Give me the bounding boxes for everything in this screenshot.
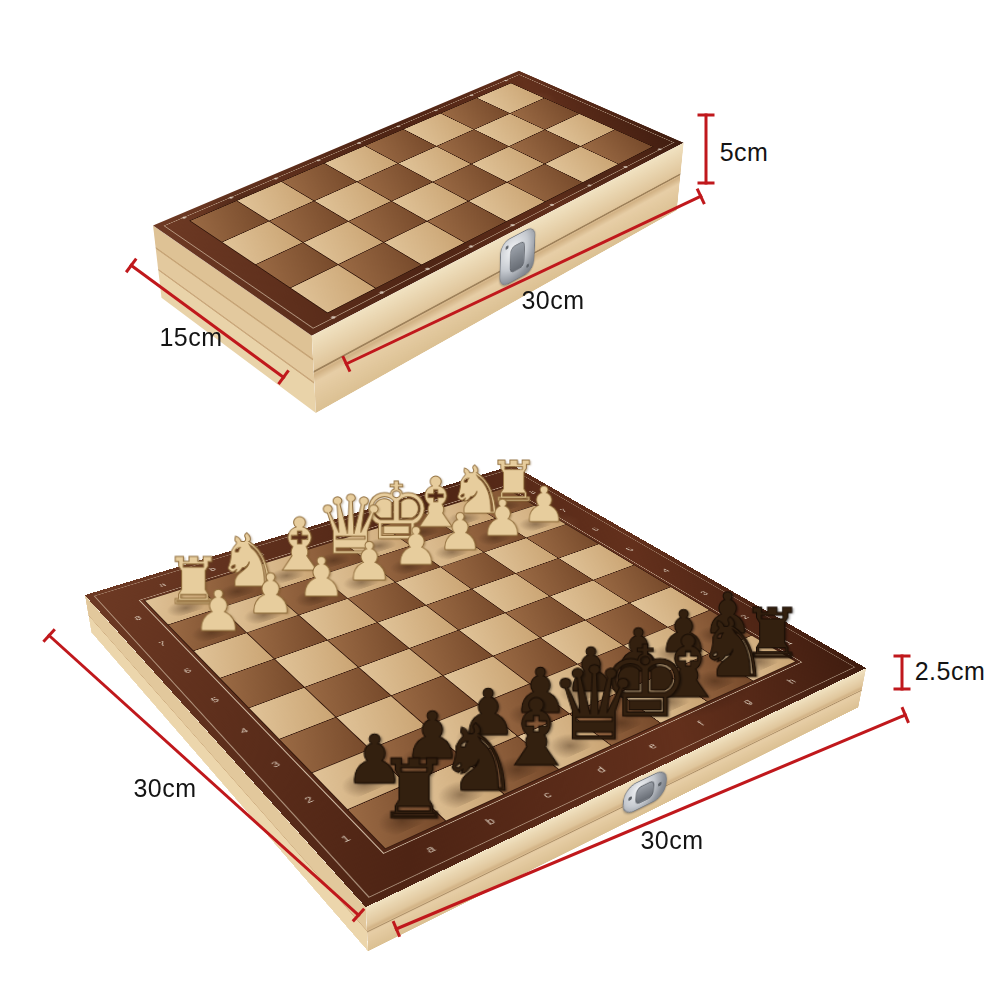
box-width-label: 30cm (521, 286, 584, 315)
rank-label: 5 (624, 546, 635, 552)
white-pawn: ♟ (342, 535, 396, 588)
box-square (237, 182, 313, 221)
chessboard: ♜♞♝♛♚♝♞♜♟♟♟♟♟♟♟♟♟♟♟♟♟♟♟♟♜♞♝♛♚♝♞♜ 8877665… (85, 465, 867, 907)
file-label: e (645, 741, 660, 750)
rank-label: 5 (209, 696, 221, 704)
nail-dot (228, 196, 234, 199)
nail-dot (469, 94, 474, 96)
nail-dot (468, 245, 474, 248)
chessboard-surface: ♜♞♝♛♚♝♞♜♟♟♟♟♟♟♟♟♟♟♟♟♟♟♟♟♜♞♝♛♚♝♞♜ 8877665… (85, 465, 867, 907)
file-label: a (423, 843, 438, 854)
board-left-side-label: 30cm (133, 774, 196, 803)
rank-label: 8 (133, 615, 143, 622)
box-square (270, 201, 348, 242)
file-label: b (483, 816, 498, 827)
box-depth-label: 15cm (159, 323, 222, 352)
nail-dot (623, 166, 629, 169)
nail-dot (330, 315, 337, 319)
closed-box (153, 71, 684, 336)
rank-label: 6 (182, 667, 193, 675)
box-square (256, 243, 338, 288)
black-rook: ♜ (377, 749, 449, 831)
nail-dot (657, 148, 662, 151)
nail-dot (433, 109, 438, 111)
white-pawn: ♟ (293, 551, 349, 605)
dimension-line-box-height (705, 114, 708, 185)
box-latch-icon (499, 225, 536, 289)
box-square (222, 221, 301, 264)
file-label: f (695, 719, 707, 727)
file-label: d (593, 765, 608, 775)
file-label: c (540, 790, 554, 800)
white-pawn: ♟ (389, 521, 442, 573)
box-height-label: 5cm (720, 138, 769, 167)
rank-label: 7 (157, 640, 168, 647)
box-square (428, 202, 506, 243)
nail-dot (396, 125, 401, 127)
box-square (291, 265, 375, 312)
box-square (469, 183, 545, 222)
rank-label: 6 (590, 527, 601, 532)
box-square (303, 222, 383, 265)
nail-dot (316, 159, 321, 162)
box-square (349, 202, 427, 243)
nail-dot (549, 203, 555, 206)
file-label: g (740, 697, 754, 705)
nail-dot (357, 142, 362, 145)
file-label: h (784, 677, 798, 685)
rank-label: 4 (238, 726, 250, 735)
box-square (191, 201, 269, 242)
board-thickness-label: 2.5cm (915, 657, 986, 686)
box-square (339, 243, 421, 288)
nail-dot (273, 177, 279, 180)
nail-dot (378, 291, 384, 295)
box-square (314, 182, 390, 221)
box-square (384, 222, 464, 265)
rank-label: 2 (302, 795, 316, 805)
dimension-line-board-thickness (901, 655, 904, 691)
nail-dot (509, 224, 515, 227)
product-photo-chess-set: ♜♞♝♛♚♝♞♜♟♟♟♟♟♟♟♟♟♟♟♟♟♟♟♟♜♞♝♛♚♝♞♜ 8877665… (0, 0, 1000, 1000)
nail-dot (424, 267, 430, 270)
white-pawn: ♟ (242, 566, 299, 621)
rank-label: 1 (338, 833, 352, 844)
board-front-side-label: 30cm (640, 826, 703, 855)
box-square (392, 182, 468, 221)
rank-label: 3 (269, 759, 282, 769)
rank-label: 4 (660, 567, 672, 573)
nail-dot (503, 79, 508, 81)
white-pawn: ♟ (189, 583, 247, 640)
nail-dot (587, 184, 593, 187)
closed-box-scene (182, 62, 682, 302)
nail-dot (181, 216, 187, 219)
